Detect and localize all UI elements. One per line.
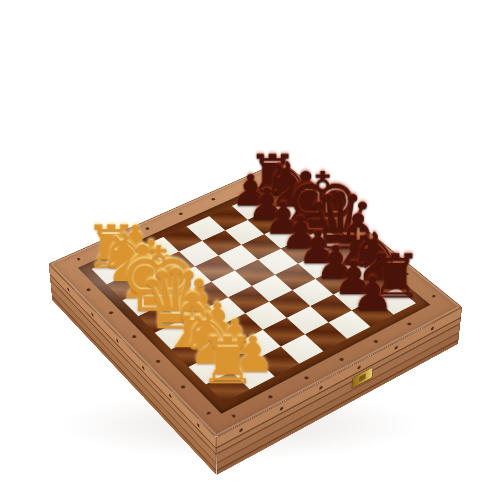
square: ♜ (206, 372, 250, 403)
scene: ♜♞♝♚♛♝♞♜♟♟♟♟♟♟♟♟♟♟♟♟♟♟♟♟♜♞♝♚♛♝♞♜ (0, 0, 500, 500)
piece-glyph: ♜ (199, 330, 257, 391)
wooden-frame: ♜♞♝♚♛♝♞♜♟♟♟♟♟♟♟♟♟♟♟♟♟♟♟♟♜♞♝♚♛♝♞♜ (49, 161, 463, 438)
box-top: ♜♞♝♚♛♝♞♜♟♟♟♟♟♟♟♟♟♟♟♟♟♟♟♟♜♞♝♚♛♝♞♜ (49, 161, 463, 438)
piece-glyph: ♟ (352, 272, 394, 317)
product-photo: ♜♞♝♚♛♝♞♜♟♟♟♟♟♟♟♟♟♟♟♟♟♟♟♟♜♞♝♚♛♝♞♜ (0, 0, 500, 500)
